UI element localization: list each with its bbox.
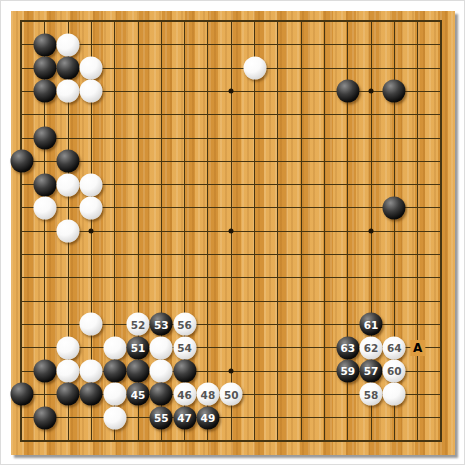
white-stone-move-54: 54: [173, 336, 196, 359]
black-stone: [10, 150, 33, 173]
black-stone-move-55: 55: [150, 406, 173, 429]
white-stone-move-50: 50: [220, 383, 243, 406]
black-stone-move-47: 47: [173, 406, 196, 429]
white-stone-move-52: 52: [127, 313, 150, 336]
black-stone: [33, 406, 56, 429]
star-point: [229, 369, 234, 374]
white-stone: [150, 360, 173, 383]
black-stone: [10, 383, 33, 406]
black-stone-move-59: 59: [336, 360, 359, 383]
black-stone: [33, 360, 56, 383]
white-stone-move-56: 56: [173, 313, 196, 336]
white-stone-move-62: 62: [360, 336, 383, 359]
black-stone: [33, 57, 56, 80]
white-stone: [80, 360, 103, 383]
white-stone: [103, 336, 126, 359]
black-stone-move-61: 61: [360, 313, 383, 336]
white-stone: [57, 220, 80, 243]
white-stone: [103, 406, 126, 429]
white-stone: [150, 336, 173, 359]
white-stone: [57, 33, 80, 56]
white-stone: [57, 360, 80, 383]
star-point: [229, 89, 234, 94]
black-stone-move-57: 57: [360, 360, 383, 383]
star-point: [229, 229, 234, 234]
black-stone: [33, 33, 56, 56]
black-stone: [127, 360, 150, 383]
white-stone-move-60: 60: [383, 360, 406, 383]
white-stone: [80, 57, 103, 80]
black-stone: [33, 173, 56, 196]
star-point: [89, 229, 94, 234]
white-stone-move-58: 58: [360, 383, 383, 406]
black-stone-move-63: 63: [336, 336, 359, 359]
white-stone-move-48: 48: [196, 383, 219, 406]
star-point: [369, 229, 374, 234]
black-stone: [103, 360, 126, 383]
black-stone: [33, 80, 56, 103]
white-stone: [80, 196, 103, 219]
black-stone: [173, 360, 196, 383]
black-stone: [57, 150, 80, 173]
black-stone: [383, 196, 406, 219]
white-stone: [57, 336, 80, 359]
star-point: [369, 89, 374, 94]
black-stone: [57, 57, 80, 80]
white-stone: [80, 313, 103, 336]
point-label-A: A: [410, 340, 425, 356]
white-stone: [80, 173, 103, 196]
black-stone: [80, 383, 103, 406]
black-stone: [33, 127, 56, 150]
black-stone: [383, 80, 406, 103]
black-stone-move-51: 51: [127, 336, 150, 359]
black-stone: [336, 80, 359, 103]
white-stone: [383, 383, 406, 406]
white-stone: [80, 80, 103, 103]
white-stone: [103, 383, 126, 406]
white-stone: [243, 57, 266, 80]
black-stone-move-45: 45: [127, 383, 150, 406]
black-stone-move-49: 49: [196, 406, 219, 429]
white-stone: [57, 80, 80, 103]
white-stone: [33, 196, 56, 219]
go-game-diagram: 5253566151546362645957604546485058554749…: [0, 0, 465, 465]
white-stone-move-64: 64: [383, 336, 406, 359]
black-stone-move-53: 53: [150, 313, 173, 336]
black-stone: [57, 383, 80, 406]
go-board[interactable]: 5253566151546362645957604546485058554749…: [11, 11, 455, 455]
white-stone-move-46: 46: [173, 383, 196, 406]
black-stone: [150, 383, 173, 406]
white-stone: [57, 173, 80, 196]
